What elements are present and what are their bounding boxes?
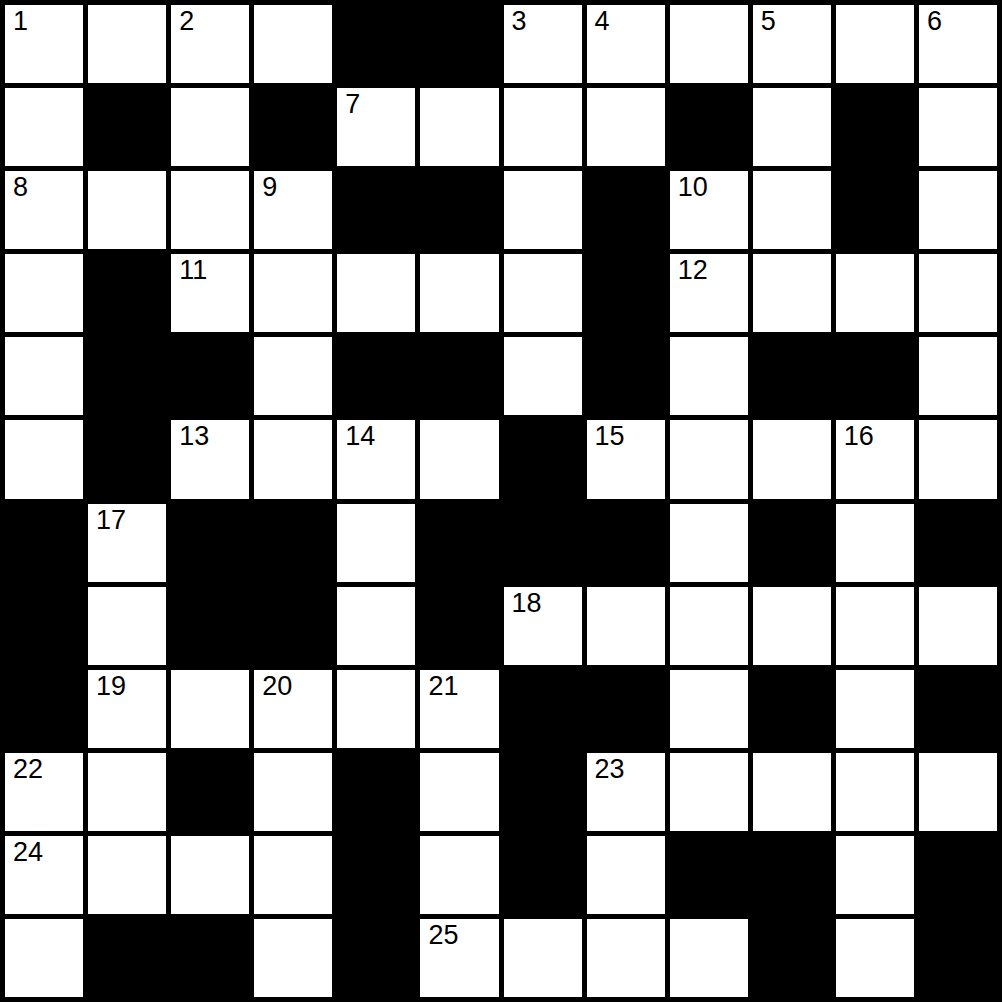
white-cell-r3c12[interactable] <box>919 171 997 249</box>
black-cell-r1c6 <box>420 5 498 83</box>
white-cell-r7c9[interactable] <box>670 504 748 582</box>
white-cell-r4c7[interactable] <box>504 254 582 332</box>
white-cell-r1c10[interactable]: 5 <box>753 5 831 83</box>
black-cell-r5c8 <box>587 337 665 415</box>
white-cell-r12c8[interactable] <box>587 919 665 997</box>
black-cell-r5c3 <box>171 337 249 415</box>
white-cell-r4c1[interactable] <box>5 254 83 332</box>
black-cell-r11c7 <box>504 836 582 914</box>
black-cell-r3c11 <box>836 171 914 249</box>
white-cell-r4c9[interactable]: 12 <box>670 254 748 332</box>
black-cell-r7c4 <box>254 504 332 582</box>
white-cell-r6c4[interactable] <box>254 420 332 498</box>
black-cell-r6c2 <box>88 420 166 498</box>
white-cell-r1c3[interactable]: 2 <box>171 5 249 83</box>
white-cell-r8c11[interactable] <box>836 587 914 665</box>
white-cell-r12c7[interactable] <box>504 919 582 997</box>
white-cell-r2c6[interactable] <box>420 88 498 166</box>
clue-number: 1 <box>13 6 28 37</box>
white-cell-r8c7[interactable]: 18 <box>504 587 582 665</box>
white-cell-r11c4[interactable] <box>254 836 332 914</box>
white-cell-r9c9[interactable] <box>670 670 748 748</box>
black-cell-r3c5 <box>337 171 415 249</box>
black-cell-r9c8 <box>587 670 665 748</box>
black-cell-r6c7 <box>504 420 582 498</box>
white-cell-r7c5[interactable] <box>337 504 415 582</box>
white-cell-r5c7[interactable] <box>504 337 582 415</box>
white-cell-r11c2[interactable] <box>88 836 166 914</box>
black-cell-r8c4 <box>254 587 332 665</box>
white-cell-r10c6[interactable] <box>420 753 498 831</box>
white-cell-r3c10[interactable] <box>753 171 831 249</box>
black-cell-r10c5 <box>337 753 415 831</box>
clue-number: 3 <box>512 6 527 37</box>
black-cell-r12c5 <box>337 919 415 997</box>
white-cell-r9c2[interactable]: 19 <box>88 670 166 748</box>
white-cell-r6c6[interactable] <box>420 420 498 498</box>
white-cell-r4c10[interactable] <box>753 254 831 332</box>
clue-number: 4 <box>595 6 610 37</box>
black-cell-r11c12 <box>919 836 997 914</box>
black-cell-r8c6 <box>420 587 498 665</box>
white-cell-r12c9[interactable] <box>670 919 748 997</box>
white-cell-r4c4[interactable] <box>254 254 332 332</box>
white-cell-r4c12[interactable] <box>919 254 997 332</box>
white-cell-r2c3[interactable] <box>171 88 249 166</box>
clue-number: 17 <box>96 505 126 536</box>
black-cell-r11c9 <box>670 836 748 914</box>
black-cell-r9c1 <box>5 670 83 748</box>
white-cell-r1c4[interactable] <box>254 5 332 83</box>
white-cell-r1c1[interactable]: 1 <box>5 5 83 83</box>
black-cell-r4c2 <box>88 254 166 332</box>
white-cell-r10c10[interactable] <box>753 753 831 831</box>
clue-number: 8 <box>13 172 28 203</box>
white-cell-r8c10[interactable] <box>753 587 831 665</box>
white-cell-r9c3[interactable] <box>171 670 249 748</box>
clue-number: 22 <box>13 754 43 785</box>
white-cell-r6c10[interactable] <box>753 420 831 498</box>
white-cell-r2c8[interactable] <box>587 88 665 166</box>
clue-number: 18 <box>512 588 542 619</box>
black-cell-r7c6 <box>420 504 498 582</box>
black-cell-r8c3 <box>171 587 249 665</box>
clue-number: 10 <box>678 172 708 203</box>
black-cell-r2c4 <box>254 88 332 166</box>
black-cell-r8c1 <box>5 587 83 665</box>
white-cell-r3c7[interactable] <box>504 171 582 249</box>
black-cell-r9c12 <box>919 670 997 748</box>
clue-number: 2 <box>179 6 194 37</box>
black-cell-r5c6 <box>420 337 498 415</box>
black-cell-r5c11 <box>836 337 914 415</box>
white-cell-r5c9[interactable] <box>670 337 748 415</box>
black-cell-r5c2 <box>88 337 166 415</box>
black-cell-r12c12 <box>919 919 997 997</box>
clue-number: 20 <box>262 671 292 702</box>
white-cell-r10c4[interactable] <box>254 753 332 831</box>
black-cell-r2c11 <box>836 88 914 166</box>
clue-number: 13 <box>179 421 209 452</box>
white-cell-r10c2[interactable] <box>88 753 166 831</box>
white-cell-r9c4[interactable]: 20 <box>254 670 332 748</box>
white-cell-r6c11[interactable]: 16 <box>836 420 914 498</box>
white-cell-r11c11[interactable] <box>836 836 914 914</box>
white-cell-r9c6[interactable]: 21 <box>420 670 498 748</box>
black-cell-r3c8 <box>587 171 665 249</box>
black-cell-r1c5 <box>337 5 415 83</box>
white-cell-r2c12[interactable] <box>919 88 997 166</box>
white-cell-r1c2[interactable] <box>88 5 166 83</box>
black-cell-r12c10 <box>753 919 831 997</box>
clue-number: 25 <box>428 920 458 951</box>
black-cell-r7c3 <box>171 504 249 582</box>
black-cell-r3c6 <box>420 171 498 249</box>
white-cell-r2c5[interactable]: 7 <box>337 88 415 166</box>
white-cell-r3c9[interactable]: 10 <box>670 171 748 249</box>
white-cell-r5c4[interactable] <box>254 337 332 415</box>
white-cell-r10c8[interactable]: 23 <box>587 753 665 831</box>
clue-number: 12 <box>678 255 708 286</box>
white-cell-r1c9[interactable] <box>670 5 748 83</box>
white-cell-r12c6[interactable]: 25 <box>420 919 498 997</box>
white-cell-r3c2[interactable] <box>88 171 166 249</box>
white-cell-r12c1[interactable] <box>5 919 83 997</box>
white-cell-r6c8[interactable]: 15 <box>587 420 665 498</box>
clue-number: 24 <box>13 837 43 868</box>
black-cell-r7c7 <box>504 504 582 582</box>
black-cell-r9c7 <box>504 670 582 748</box>
white-cell-r10c1[interactable]: 22 <box>5 753 83 831</box>
black-cell-r12c2 <box>88 919 166 997</box>
black-cell-r7c10 <box>753 504 831 582</box>
white-cell-r1c11[interactable] <box>836 5 914 83</box>
white-cell-r4c11[interactable] <box>836 254 914 332</box>
black-cell-r7c8 <box>587 504 665 582</box>
white-cell-r6c5[interactable]: 14 <box>337 420 415 498</box>
black-cell-r4c8 <box>587 254 665 332</box>
black-cell-r11c5 <box>337 836 415 914</box>
white-cell-r8c8[interactable] <box>587 587 665 665</box>
white-cell-r8c12[interactable] <box>919 587 997 665</box>
white-cell-r6c9[interactable] <box>670 420 748 498</box>
clue-number: 5 <box>761 6 776 37</box>
white-cell-r2c10[interactable] <box>753 88 831 166</box>
white-cell-r3c1[interactable]: 8 <box>5 171 83 249</box>
white-cell-r11c6[interactable] <box>420 836 498 914</box>
white-cell-r7c2[interactable]: 17 <box>88 504 166 582</box>
white-cell-r12c11[interactable] <box>836 919 914 997</box>
black-cell-r10c3 <box>171 753 249 831</box>
black-cell-r5c10 <box>753 337 831 415</box>
black-cell-r12c3 <box>171 919 249 997</box>
black-cell-r2c9 <box>670 88 748 166</box>
white-cell-r1c8[interactable]: 4 <box>587 5 665 83</box>
white-cell-r12c4[interactable] <box>254 919 332 997</box>
white-cell-r2c7[interactable] <box>504 88 582 166</box>
clue-number: 21 <box>428 671 458 702</box>
white-cell-r10c9[interactable] <box>670 753 748 831</box>
white-cell-r4c3[interactable]: 11 <box>171 254 249 332</box>
white-cell-r6c1[interactable] <box>5 420 83 498</box>
white-cell-r6c3[interactable]: 13 <box>171 420 249 498</box>
white-cell-r3c3[interactable] <box>171 171 249 249</box>
white-cell-r3c4[interactable]: 9 <box>254 171 332 249</box>
white-cell-r8c5[interactable] <box>337 587 415 665</box>
white-cell-r4c5[interactable] <box>337 254 415 332</box>
white-cell-r5c12[interactable] <box>919 337 997 415</box>
white-cell-r2c1[interactable] <box>5 88 83 166</box>
white-cell-r4c6[interactable] <box>420 254 498 332</box>
white-cell-r10c11[interactable] <box>836 753 914 831</box>
white-cell-r8c2[interactable] <box>88 587 166 665</box>
black-cell-r10c7 <box>504 753 582 831</box>
black-cell-r5c5 <box>337 337 415 415</box>
clue-number: 6 <box>927 6 942 37</box>
clue-number: 7 <box>345 89 360 120</box>
clue-number: 9 <box>262 172 277 203</box>
white-cell-r9c11[interactable] <box>836 670 914 748</box>
white-cell-r9c5[interactable] <box>337 670 415 748</box>
white-cell-r11c3[interactable] <box>171 836 249 914</box>
clue-number: 14 <box>345 421 375 452</box>
clue-number: 15 <box>595 421 625 452</box>
white-cell-r5c1[interactable] <box>5 337 83 415</box>
crossword-grid: 1234567891011121314151617181920212223242… <box>0 0 1002 1002</box>
white-cell-r6c12[interactable] <box>919 420 997 498</box>
clue-number: 23 <box>595 754 625 785</box>
white-cell-r1c7[interactable]: 3 <box>504 5 582 83</box>
black-cell-r11c10 <box>753 836 831 914</box>
black-cell-r9c10 <box>753 670 831 748</box>
black-cell-r2c2 <box>88 88 166 166</box>
white-cell-r8c9[interactable] <box>670 587 748 665</box>
black-cell-r7c12 <box>919 504 997 582</box>
clue-number: 11 <box>179 255 207 286</box>
white-cell-r11c8[interactable] <box>587 836 665 914</box>
white-cell-r1c12[interactable]: 6 <box>919 5 997 83</box>
white-cell-r10c12[interactable] <box>919 753 997 831</box>
white-cell-r11c1[interactable]: 24 <box>5 836 83 914</box>
white-cell-r7c11[interactable] <box>836 504 914 582</box>
clue-number: 19 <box>96 671 126 702</box>
clue-number: 16 <box>844 421 874 452</box>
black-cell-r7c1 <box>5 504 83 582</box>
